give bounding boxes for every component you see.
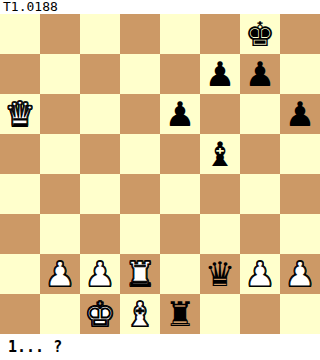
square-c4[interactable]	[80, 174, 120, 214]
black-pawn-e6: ♟	[165, 94, 195, 134]
square-f8[interactable]	[200, 14, 240, 54]
square-g6[interactable]	[240, 94, 280, 134]
square-a3[interactable]	[0, 214, 40, 254]
square-c8[interactable]	[80, 14, 120, 54]
square-b7[interactable]	[40, 54, 80, 94]
square-d1[interactable]: ♝	[120, 294, 160, 334]
square-h1[interactable]	[280, 294, 320, 334]
square-f2[interactable]: ♛	[200, 254, 240, 294]
white-king-c1: ♚	[85, 294, 115, 334]
square-c6[interactable]	[80, 94, 120, 134]
square-h7[interactable]	[280, 54, 320, 94]
square-d6[interactable]	[120, 94, 160, 134]
square-f6[interactable]	[200, 94, 240, 134]
square-h3[interactable]	[280, 214, 320, 254]
square-e5[interactable]	[160, 134, 200, 174]
black-bishop-f5: ♝	[205, 134, 235, 174]
square-a1[interactable]	[0, 294, 40, 334]
square-g3[interactable]	[240, 214, 280, 254]
square-h2[interactable]: ♟	[280, 254, 320, 294]
square-c3[interactable]	[80, 214, 120, 254]
square-g2[interactable]: ♟	[240, 254, 280, 294]
square-c5[interactable]	[80, 134, 120, 174]
square-d3[interactable]	[120, 214, 160, 254]
square-d2[interactable]: ♜	[120, 254, 160, 294]
square-h8[interactable]	[280, 14, 320, 54]
square-e3[interactable]	[160, 214, 200, 254]
square-d8[interactable]	[120, 14, 160, 54]
white-rook-d2: ♜	[125, 254, 155, 294]
square-b8[interactable]	[40, 14, 80, 54]
move-prompt: 1... ?	[0, 334, 320, 360]
square-c2[interactable]: ♟	[80, 254, 120, 294]
black-pawn-f7: ♟	[205, 54, 235, 94]
square-e7[interactable]	[160, 54, 200, 94]
square-c7[interactable]	[80, 54, 120, 94]
square-f4[interactable]	[200, 174, 240, 214]
black-king-g8: ♚	[245, 14, 275, 54]
square-f1[interactable]	[200, 294, 240, 334]
black-rook-e1: ♜	[165, 294, 195, 334]
square-a4[interactable]	[0, 174, 40, 214]
chess-board: ♚♟♟♛♟♟♝♟♟♜♛♟♟♚♝♜	[0, 14, 320, 334]
square-g1[interactable]	[240, 294, 280, 334]
square-b3[interactable]	[40, 214, 80, 254]
square-a7[interactable]	[0, 54, 40, 94]
square-d4[interactable]	[120, 174, 160, 214]
square-e2[interactable]	[160, 254, 200, 294]
square-h4[interactable]	[280, 174, 320, 214]
square-f5[interactable]: ♝	[200, 134, 240, 174]
white-pawn-b2: ♟	[45, 254, 75, 294]
square-h5[interactable]	[280, 134, 320, 174]
square-a6[interactable]: ♛	[0, 94, 40, 134]
black-pawn-g7: ♟	[245, 54, 275, 94]
square-a8[interactable]	[0, 14, 40, 54]
square-b2[interactable]: ♟	[40, 254, 80, 294]
white-queen-a6: ♛	[5, 94, 35, 134]
square-d5[interactable]	[120, 134, 160, 174]
square-b6[interactable]	[40, 94, 80, 134]
white-pawn-h2: ♟	[285, 254, 315, 294]
square-e8[interactable]	[160, 14, 200, 54]
white-bishop-d1: ♝	[125, 294, 155, 334]
square-e4[interactable]	[160, 174, 200, 214]
puzzle-title: T1.0188	[0, 0, 320, 14]
square-b4[interactable]	[40, 174, 80, 214]
black-queen-f2: ♛	[205, 254, 235, 294]
square-c1[interactable]: ♚	[80, 294, 120, 334]
square-g7[interactable]: ♟	[240, 54, 280, 94]
black-pawn-h6: ♟	[285, 94, 315, 134]
white-pawn-g2: ♟	[245, 254, 275, 294]
square-f3[interactable]	[200, 214, 240, 254]
square-a5[interactable]	[0, 134, 40, 174]
square-g4[interactable]	[240, 174, 280, 214]
square-f7[interactable]: ♟	[200, 54, 240, 94]
square-e6[interactable]: ♟	[160, 94, 200, 134]
square-a2[interactable]	[0, 254, 40, 294]
square-g8[interactable]: ♚	[240, 14, 280, 54]
white-pawn-c2: ♟	[85, 254, 115, 294]
square-b5[interactable]	[40, 134, 80, 174]
square-g5[interactable]	[240, 134, 280, 174]
square-b1[interactable]	[40, 294, 80, 334]
square-e1[interactable]: ♜	[160, 294, 200, 334]
square-d7[interactable]	[120, 54, 160, 94]
square-h6[interactable]: ♟	[280, 94, 320, 134]
